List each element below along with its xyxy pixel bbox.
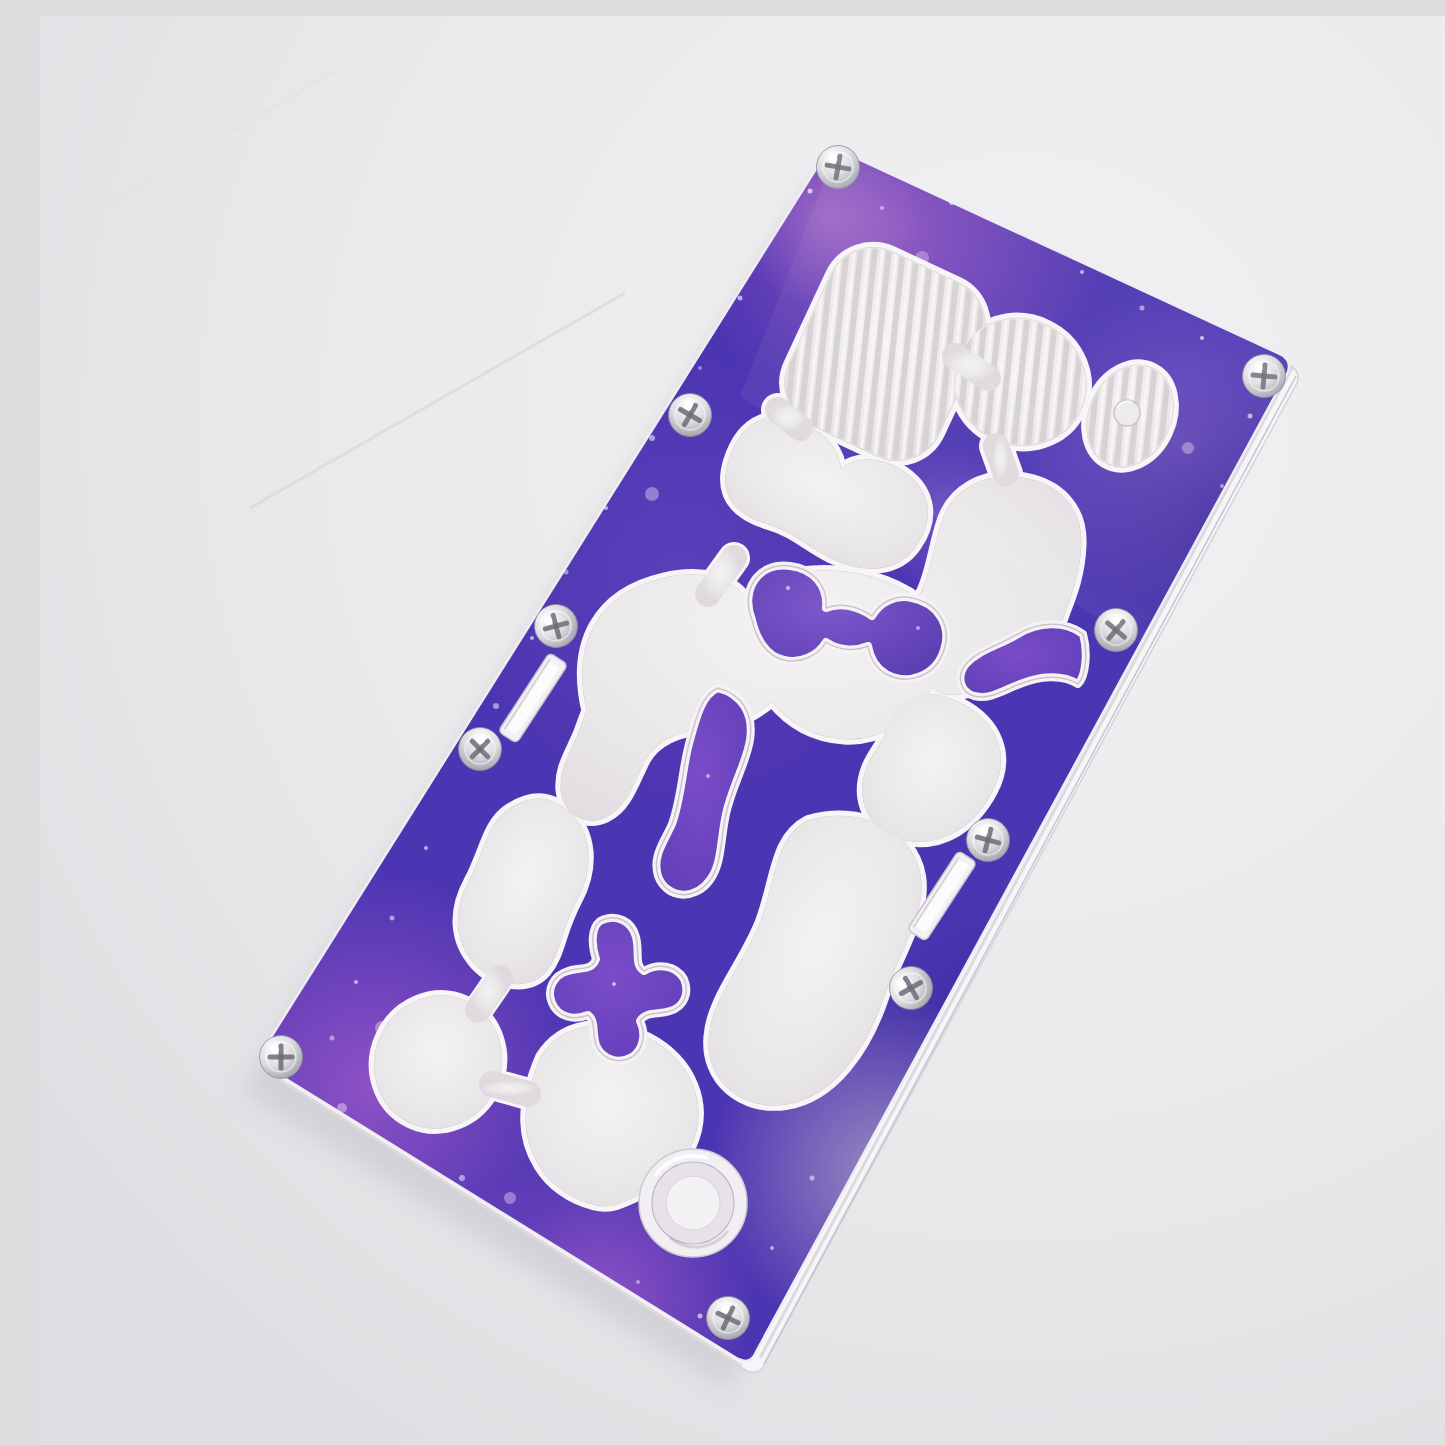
round-port [639, 1149, 747, 1257]
photo-canvas: Overhead product photo of a purple galax… [40, 16, 1445, 1445]
photo: Overhead product photo of a purple galax… [40, 16, 1445, 1445]
screw [260, 1036, 303, 1079]
